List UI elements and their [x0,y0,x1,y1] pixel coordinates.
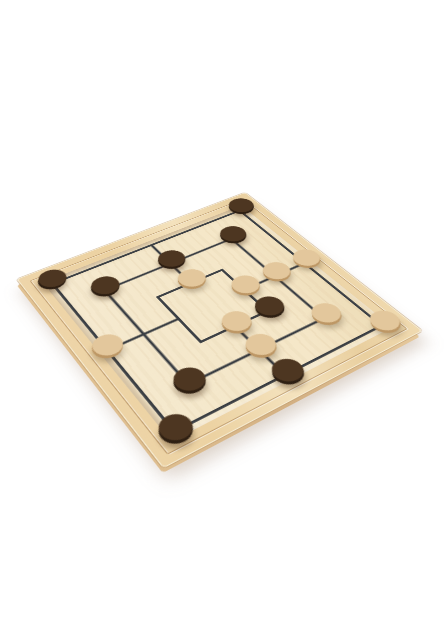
dark-piece[interactable]: ● [259,349,313,388]
dark-piece[interactable]: ● [219,192,261,216]
point-b2[interactable]: ● [158,362,219,407]
dark-piece[interactable]: ● [210,219,254,245]
dark-piece[interactable]: ● [146,403,202,448]
morris-board: ●●●●●●●●●●●●●●●●●● [17,192,423,468]
light-piece[interactable]: ● [300,295,350,328]
board-scene: ●●●●●●●●●●●●●●●●●● [0,0,444,640]
dark-piece[interactable]: ● [81,269,127,300]
board-photo: ●●●●●●●●●●●●●●●●●● [0,0,444,640]
dark-piece[interactable]: ● [162,358,215,398]
point-f6[interactable]: ● [206,224,256,254]
point-f2[interactable]: ● [295,300,352,337]
light-piece[interactable]: ● [357,302,408,336]
